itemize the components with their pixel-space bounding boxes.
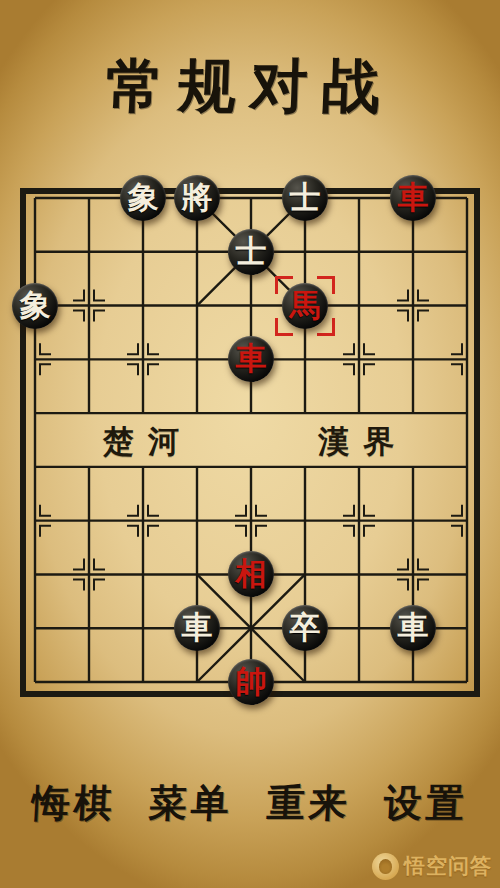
piece-black-chariot[interactable]: 車 xyxy=(390,605,436,651)
piece-red-general[interactable]: 帥 xyxy=(228,659,274,705)
river-label-right: 漢界 xyxy=(318,424,408,460)
undo-button[interactable]: 悔棋 xyxy=(31,778,118,829)
wukong-monkey-icon xyxy=(372,853,399,880)
watermark: 悟空问答 xyxy=(372,852,492,880)
piece-red-chariot[interactable]: 車 xyxy=(228,336,274,382)
xiangqi-board[interactable] xyxy=(0,0,500,888)
piece-black-elephant[interactable]: 象 xyxy=(120,175,166,221)
piece-black-general[interactable]: 將 xyxy=(174,175,220,221)
bottom-menu: 悔棋 菜单 重来 设置 xyxy=(0,778,500,829)
piece-red-chariot[interactable]: 車 xyxy=(390,175,436,221)
piece-black-elephant[interactable]: 象 xyxy=(12,283,58,329)
settings-button[interactable]: 设置 xyxy=(383,778,470,829)
menu-button[interactable]: 菜单 xyxy=(148,778,235,829)
xiangqi-app: 常规对战 楚河 漢界 象將士車士象馬車相車卒車帥 悔棋 菜单 重来 设置 悟空问… xyxy=(0,0,500,888)
piece-black-pawn[interactable]: 卒 xyxy=(282,605,328,651)
piece-red-horse[interactable]: 馬 xyxy=(282,283,328,329)
river-label-left: 楚河 xyxy=(103,424,193,460)
watermark-text: 悟空问答 xyxy=(404,852,492,880)
piece-black-chariot[interactable]: 車 xyxy=(174,605,220,651)
piece-black-advisor[interactable]: 士 xyxy=(282,175,328,221)
restart-button[interactable]: 重来 xyxy=(265,778,352,829)
piece-black-advisor[interactable]: 士 xyxy=(228,229,274,275)
